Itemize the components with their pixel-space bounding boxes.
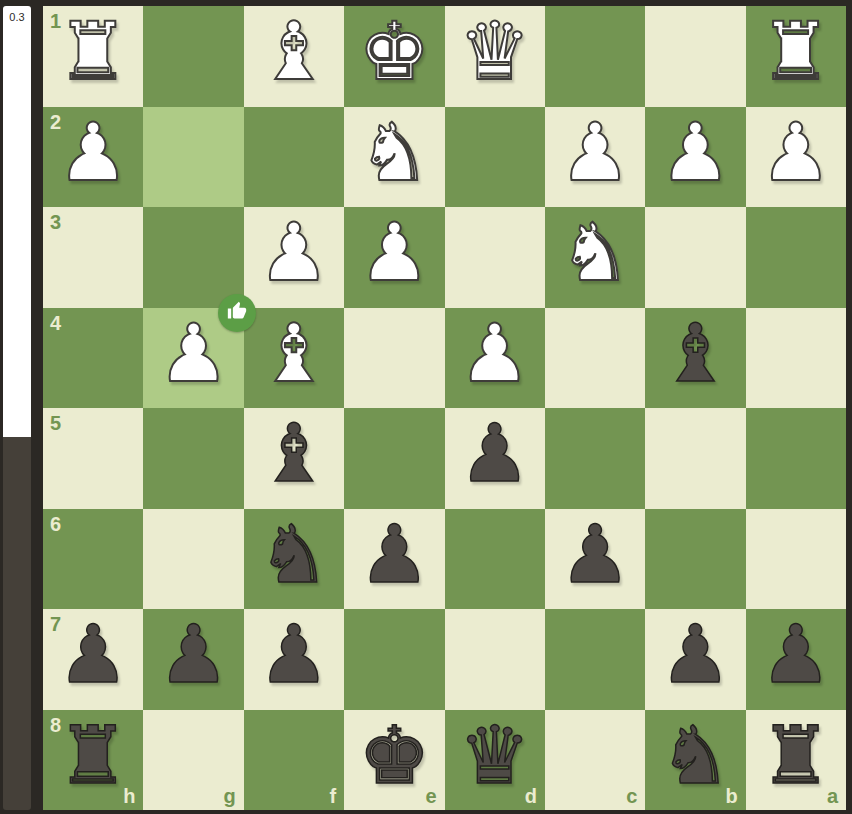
black-knight[interactable]: ♞ bbox=[258, 515, 330, 595]
square-f8[interactable]: f bbox=[244, 710, 344, 811]
file-label-g: g bbox=[224, 786, 236, 806]
square-b7[interactable]: ♟ bbox=[645, 609, 745, 710]
square-e6[interactable]: ♟ bbox=[344, 509, 444, 610]
square-c1[interactable] bbox=[545, 6, 645, 107]
black-pawn[interactable]: ♟ bbox=[760, 615, 832, 695]
square-a3[interactable] bbox=[746, 207, 846, 308]
square-h6[interactable]: 6 bbox=[43, 509, 143, 610]
square-a4[interactable] bbox=[746, 308, 846, 409]
square-e8[interactable]: e♚ bbox=[344, 710, 444, 811]
square-f4[interactable]: ♝ bbox=[244, 308, 344, 409]
black-bishop[interactable]: ♝ bbox=[258, 414, 330, 494]
square-g5[interactable] bbox=[143, 408, 243, 509]
square-c7[interactable] bbox=[545, 609, 645, 710]
black-pawn[interactable]: ♟ bbox=[358, 515, 430, 595]
square-c3[interactable]: ♞ bbox=[545, 207, 645, 308]
square-d6[interactable] bbox=[445, 509, 545, 610]
rank-label-6: 6 bbox=[50, 514, 61, 534]
white-king[interactable]: ♚ bbox=[358, 12, 430, 92]
square-c8[interactable]: c bbox=[545, 710, 645, 811]
black-queen[interactable]: ♛ bbox=[459, 716, 531, 796]
rank-label-5: 5 bbox=[50, 413, 61, 433]
black-king[interactable]: ♚ bbox=[358, 716, 430, 796]
square-c6[interactable]: ♟ bbox=[545, 509, 645, 610]
white-queen[interactable]: ♛ bbox=[459, 12, 531, 92]
square-d1[interactable]: ♛ bbox=[445, 6, 545, 107]
square-b3[interactable] bbox=[645, 207, 745, 308]
square-c4[interactable] bbox=[545, 308, 645, 409]
white-bishop[interactable]: ♝ bbox=[258, 314, 330, 394]
square-f2[interactable] bbox=[244, 107, 344, 208]
square-g6[interactable] bbox=[143, 509, 243, 610]
white-rook[interactable]: ♜ bbox=[57, 12, 129, 92]
square-a6[interactable] bbox=[746, 509, 846, 610]
square-a5[interactable] bbox=[746, 408, 846, 509]
good-move-badge bbox=[218, 294, 256, 332]
square-e3[interactable]: ♟ bbox=[344, 207, 444, 308]
square-f7[interactable]: ♟ bbox=[244, 609, 344, 710]
black-pawn[interactable]: ♟ bbox=[459, 414, 531, 494]
square-d7[interactable] bbox=[445, 609, 545, 710]
square-d4[interactable]: ♟ bbox=[445, 308, 545, 409]
black-pawn[interactable]: ♟ bbox=[258, 615, 330, 695]
evaluation-bar-white-portion bbox=[3, 6, 31, 437]
square-c5[interactable] bbox=[545, 408, 645, 509]
black-pawn[interactable]: ♟ bbox=[559, 515, 631, 595]
white-pawn[interactable]: ♟ bbox=[158, 314, 230, 394]
square-f1[interactable]: ♝ bbox=[244, 6, 344, 107]
square-e4[interactable] bbox=[344, 308, 444, 409]
file-label-c: c bbox=[626, 786, 637, 806]
white-pawn[interactable]: ♟ bbox=[760, 113, 832, 193]
square-h3[interactable]: 3 bbox=[43, 207, 143, 308]
square-d5[interactable]: ♟ bbox=[445, 408, 545, 509]
evaluation-score: 0.3 bbox=[3, 11, 31, 23]
square-d8[interactable]: d♛ bbox=[445, 710, 545, 811]
white-bishop[interactable]: ♝ bbox=[258, 12, 330, 92]
white-pawn[interactable]: ♟ bbox=[459, 314, 531, 394]
square-h7[interactable]: 7♟ bbox=[43, 609, 143, 710]
white-pawn[interactable]: ♟ bbox=[660, 113, 732, 193]
white-pawn[interactable]: ♟ bbox=[559, 113, 631, 193]
black-pawn[interactable]: ♟ bbox=[158, 615, 230, 695]
square-f3[interactable]: ♟ bbox=[244, 207, 344, 308]
evaluation-bar: 0.3 bbox=[3, 6, 31, 810]
black-pawn[interactable]: ♟ bbox=[57, 615, 129, 695]
square-e7[interactable] bbox=[344, 609, 444, 710]
square-c2[interactable]: ♟ bbox=[545, 107, 645, 208]
square-h2[interactable]: 2♟ bbox=[43, 107, 143, 208]
square-a7[interactable]: ♟ bbox=[746, 609, 846, 710]
chess-board: 1♜♝♚♛♜2♟♞♟♟♟3♟♟♞4♟♝♟♝5♝♟6♞♟♟7♟♟♟♟♟8h♜gfe… bbox=[43, 6, 846, 810]
white-rook[interactable]: ♜ bbox=[760, 12, 832, 92]
square-a8[interactable]: a♜ bbox=[746, 710, 846, 811]
square-h8[interactable]: 8h♜ bbox=[43, 710, 143, 811]
square-b6[interactable] bbox=[645, 509, 745, 610]
square-a1[interactable]: ♜ bbox=[746, 6, 846, 107]
square-b5[interactable] bbox=[645, 408, 745, 509]
black-rook[interactable]: ♜ bbox=[57, 716, 129, 796]
white-knight[interactable]: ♞ bbox=[358, 113, 430, 193]
square-g2[interactable] bbox=[143, 107, 243, 208]
black-rook[interactable]: ♜ bbox=[760, 716, 832, 796]
square-g8[interactable]: g bbox=[143, 710, 243, 811]
square-h4[interactable]: 4 bbox=[43, 308, 143, 409]
square-e2[interactable]: ♞ bbox=[344, 107, 444, 208]
square-f5[interactable]: ♝ bbox=[244, 408, 344, 509]
white-pawn[interactable]: ♟ bbox=[57, 113, 129, 193]
white-pawn[interactable]: ♟ bbox=[258, 213, 330, 293]
thumbs-up-icon bbox=[227, 301, 247, 325]
rank-label-4: 4 bbox=[50, 313, 61, 333]
square-d3[interactable] bbox=[445, 207, 545, 308]
square-g7[interactable]: ♟ bbox=[143, 609, 243, 710]
white-pawn[interactable]: ♟ bbox=[358, 213, 430, 293]
white-knight[interactable]: ♞ bbox=[559, 213, 631, 293]
square-e1[interactable]: ♚ bbox=[344, 6, 444, 107]
square-b8[interactable]: b♞ bbox=[645, 710, 745, 811]
square-b4[interactable]: ♝ bbox=[645, 308, 745, 409]
square-g3[interactable] bbox=[143, 207, 243, 308]
square-g1[interactable] bbox=[143, 6, 243, 107]
square-b2[interactable]: ♟ bbox=[645, 107, 745, 208]
black-pawn[interactable]: ♟ bbox=[660, 615, 732, 695]
square-b1[interactable] bbox=[645, 6, 745, 107]
square-f6[interactable]: ♞ bbox=[244, 509, 344, 610]
black-bishop[interactable]: ♝ bbox=[660, 314, 732, 394]
square-h5[interactable]: 5 bbox=[43, 408, 143, 509]
square-d2[interactable] bbox=[445, 107, 545, 208]
square-a2[interactable]: ♟ bbox=[746, 107, 846, 208]
file-label-f: f bbox=[329, 786, 336, 806]
square-h1[interactable]: 1♜ bbox=[43, 6, 143, 107]
black-knight[interactable]: ♞ bbox=[660, 716, 732, 796]
rank-label-3: 3 bbox=[50, 212, 61, 232]
square-e5[interactable] bbox=[344, 408, 444, 509]
